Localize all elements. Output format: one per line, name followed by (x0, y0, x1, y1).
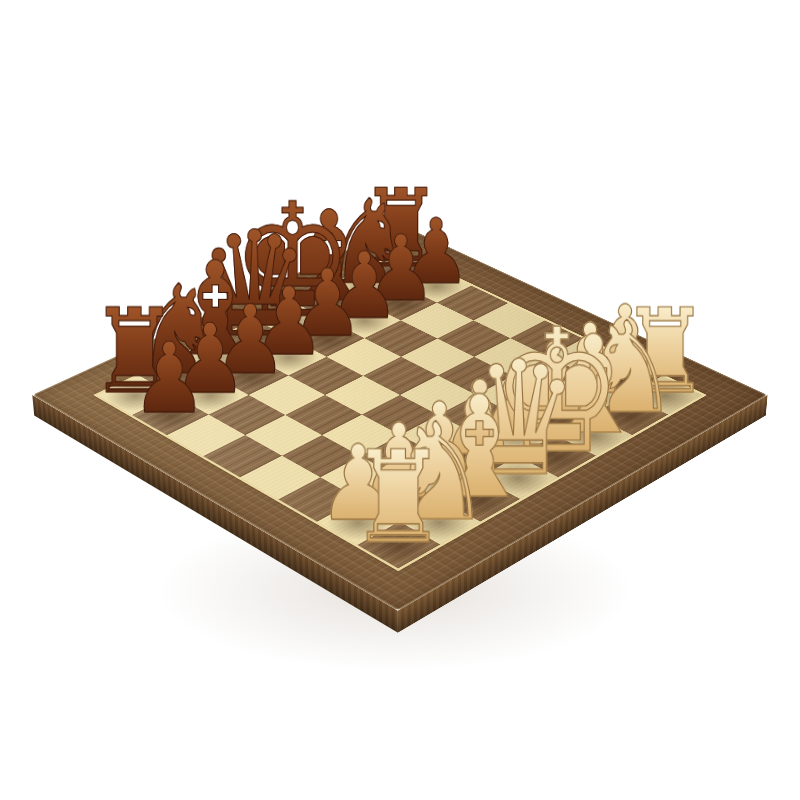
pieces-layer: ♜♞♝♛♚♝♞♜♟♟♟♟♟♟♟♟♟♟♟♟♟♟♟♟♜♞♝♛♚♝♞♜ (97, 252, 702, 568)
chess-board: ♜♞♝♛♚♝♞♜♟♟♟♟♟♟♟♟♟♟♟♟♟♟♟♟♜♞♝♛♚♝♞♜ (32, 225, 767, 611)
perspective-wrapper: ♜♞♝♛♚♝♞♜♟♟♟♟♟♟♟♟♟♟♟♟♟♟♟♟♜♞♝♛♚♝♞♜ (0, 0, 800, 800)
black-pawn-icon: ♟ (73, 330, 265, 427)
product-photo-scene: ♜♞♝♛♚♝♞♜♟♟♟♟♟♟♟♟♟♟♟♟♟♟♟♟♜♞♝♛♚♝♞♜ (0, 0, 800, 800)
white-rook-icon: ♜ (295, 434, 503, 561)
